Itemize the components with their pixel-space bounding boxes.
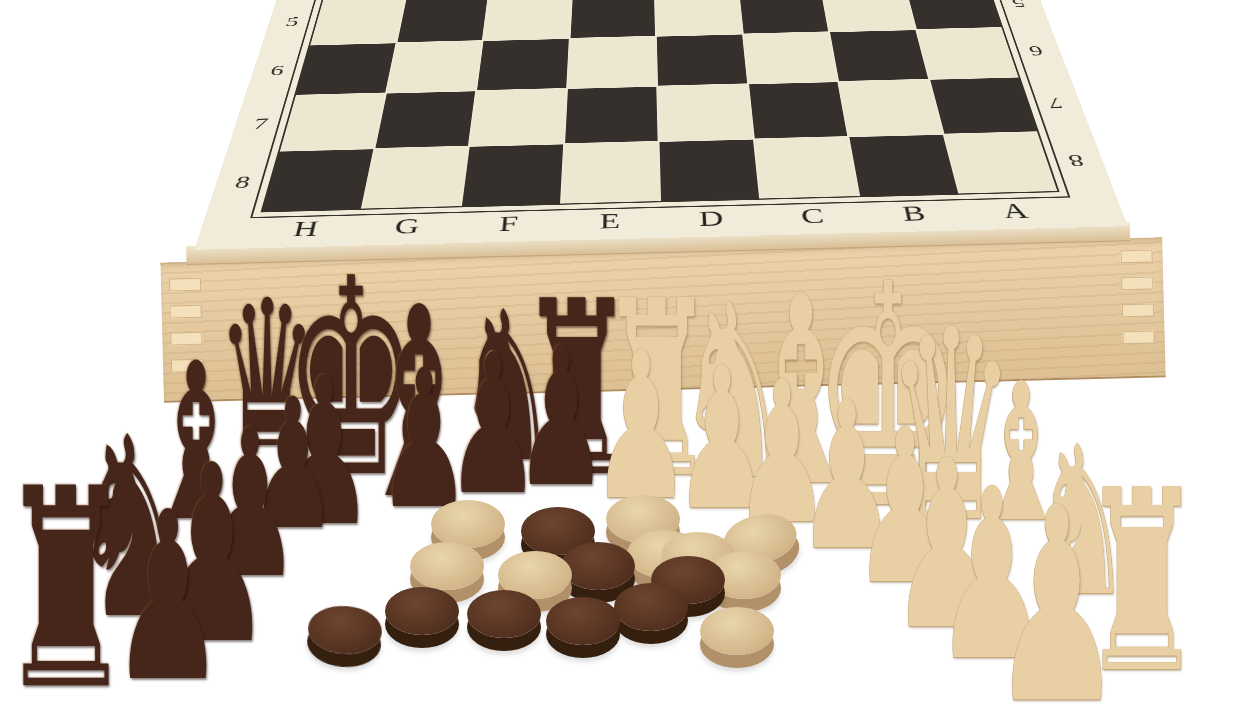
square-c7 [749, 82, 848, 138]
square-c6 [743, 32, 837, 83]
finger-joint [1123, 331, 1155, 345]
square-a8 [944, 132, 1057, 193]
light-pawn: ♟ [991, 471, 1124, 710]
square-d6 [657, 34, 747, 85]
scene: 12345678 12345678 HGFEDCBA ♜♞♝♛♚♝♞♜♟♟♟♟♟… [0, 0, 1237, 710]
rank-label-5: 5 [284, 14, 301, 30]
board-plane: 12345678 12345678 HGFEDCBA [194, 0, 1128, 250]
square-d8 [659, 139, 758, 201]
file-label-f: F [498, 211, 519, 236]
square-h8 [263, 149, 373, 211]
finger-joint [1120, 250, 1152, 264]
square-g8 [362, 147, 467, 209]
file-label-e: E [599, 209, 620, 234]
square-b5 [822, 0, 915, 31]
square-e5 [570, 0, 655, 38]
finger-joint [1121, 277, 1153, 291]
rank-label-8: 8 [1065, 151, 1086, 171]
square-d7 [658, 84, 752, 140]
square-c8 [754, 137, 858, 199]
square-e8 [561, 142, 659, 204]
squares-area [260, 0, 1059, 212]
square-b8 [849, 135, 957, 196]
rank-label-8: 8 [233, 172, 253, 193]
file-label-a: A [999, 199, 1031, 224]
square-a5 [905, 0, 1002, 29]
square-c5 [739, 0, 829, 33]
light-checker [431, 500, 505, 548]
square-a7 [930, 78, 1037, 134]
square-g6 [387, 41, 482, 93]
square-g5 [397, 0, 488, 42]
square-g7 [375, 91, 475, 147]
square-f5 [484, 0, 571, 40]
square-f7 [470, 89, 566, 145]
square-h7 [280, 94, 384, 151]
dark-rook: ♜ [0, 453, 134, 710]
dark-checker [385, 587, 459, 635]
rank-label-5: 5 [1009, 0, 1027, 11]
rank-label-6: 6 [268, 62, 286, 79]
square-a6 [917, 28, 1019, 79]
light-checker [410, 542, 484, 590]
rank-label-7: 7 [251, 114, 270, 133]
finger-joint [1122, 304, 1154, 318]
square-d5 [656, 0, 742, 36]
light-checker [700, 607, 774, 655]
square-e7 [565, 87, 658, 143]
dark-checker [546, 597, 620, 645]
square-b6 [830, 30, 928, 81]
file-label-d: D [698, 206, 724, 231]
dark-checker [561, 542, 635, 590]
dark-checker [467, 590, 541, 638]
square-h6 [296, 43, 395, 95]
square-f6 [477, 39, 568, 91]
square-f8 [462, 144, 563, 206]
rank-label-6: 6 [1026, 43, 1045, 60]
square-b7 [839, 80, 942, 136]
rank-label-7: 7 [1045, 94, 1065, 112]
finger-joint [169, 278, 201, 292]
square-h5 [311, 0, 405, 44]
dark-checker [614, 583, 688, 631]
square-e6 [568, 36, 657, 87]
